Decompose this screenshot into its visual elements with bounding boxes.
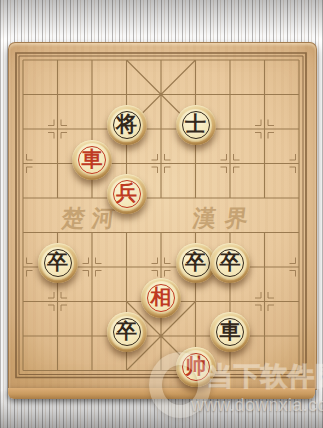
board-cell[interactable] (6, 146, 41, 181)
piece-face: 卒 (179, 247, 212, 280)
red-general[interactable]: 帅 (176, 347, 216, 387)
board-cell[interactable] (247, 353, 282, 388)
board-cell[interactable] (213, 77, 248, 112)
board-cell[interactable] (213, 146, 248, 181)
piece-ring: 兵 (113, 180, 141, 208)
piece-ring: 将 (113, 111, 141, 139)
board-cell[interactable] (75, 284, 110, 319)
board-cell[interactable] (247, 250, 282, 285)
board-cell[interactable] (109, 353, 144, 388)
board-cell[interactable] (6, 319, 41, 354)
board-cell[interactable] (40, 319, 75, 354)
board-cell[interactable] (6, 181, 41, 216)
piece-ring: 卒 (216, 249, 244, 277)
board-cell[interactable] (144, 215, 179, 250)
board-cell[interactable] (282, 250, 317, 285)
piece-face: 士 (179, 109, 212, 142)
board-cell[interactable]: 相 (144, 284, 179, 319)
board-cell[interactable] (213, 112, 248, 147)
board-cell[interactable] (213, 353, 248, 388)
board-cell[interactable] (40, 181, 75, 216)
board-cell[interactable] (282, 319, 317, 354)
board-cell[interactable] (109, 215, 144, 250)
piece-glyph: 車 (220, 321, 241, 343)
board-cell[interactable] (213, 181, 248, 216)
piece-glyph: 車 (82, 149, 103, 171)
board-cell[interactable] (75, 353, 110, 388)
board-cell[interactable] (109, 43, 144, 78)
board-cell[interactable]: 帅 (178, 353, 213, 388)
piece-glyph: 卒 (116, 321, 137, 343)
board-cell[interactable] (144, 146, 179, 181)
board-cell[interactable] (247, 77, 282, 112)
piece-face: 兵 (110, 178, 143, 211)
piece-glyph: 帅 (185, 356, 206, 378)
board-cell[interactable] (282, 146, 317, 181)
board-cell[interactable] (6, 43, 41, 78)
piece-face: 車 (76, 143, 109, 176)
board-cell[interactable] (75, 77, 110, 112)
board-cell[interactable] (247, 284, 282, 319)
board-cell[interactable] (40, 77, 75, 112)
board-cell[interactable] (40, 284, 75, 319)
board-cell[interactable] (40, 353, 75, 388)
piece-face: 卒 (41, 247, 74, 280)
board-cell[interactable] (75, 43, 110, 78)
board-cell[interactable] (6, 284, 41, 319)
board-cell[interactable] (282, 43, 317, 78)
board-cell[interactable] (144, 112, 179, 147)
board-cell[interactable] (75, 250, 110, 285)
piece-ring: 卒 (44, 249, 72, 277)
board-cell[interactable]: 車 (75, 146, 110, 181)
piece-ring: 士 (182, 111, 210, 139)
board-cell[interactable]: 卒 (178, 250, 213, 285)
board-cell[interactable] (75, 215, 110, 250)
piece-face: 相 (145, 281, 178, 314)
board-cell[interactable] (282, 284, 317, 319)
piece-glyph: 相 (151, 287, 172, 309)
piece-ring: 卒 (182, 249, 210, 277)
board-cell[interactable] (6, 215, 41, 250)
board-cell[interactable] (144, 319, 179, 354)
board-cell[interactable] (109, 250, 144, 285)
piece-face: 将 (110, 109, 143, 142)
piece-face: 車 (214, 316, 247, 349)
board-cell[interactable] (144, 77, 179, 112)
piece-ring: 車 (78, 146, 106, 174)
board-cell[interactable] (178, 43, 213, 78)
piece-glyph: 士 (185, 114, 206, 136)
board-cell[interactable] (40, 146, 75, 181)
board-cell[interactable]: 将 (109, 112, 144, 147)
board-cell[interactable]: 車 (213, 319, 248, 354)
board-cell[interactable] (282, 181, 317, 216)
board-cell[interactable] (144, 43, 179, 78)
piece-glyph: 卒 (220, 252, 241, 274)
piece-glyph: 兵 (116, 183, 137, 205)
board-cell[interactable]: 兵 (109, 181, 144, 216)
board-cell[interactable] (247, 215, 282, 250)
board-cell[interactable] (40, 43, 75, 78)
board-cell[interactable] (247, 319, 282, 354)
piece-face: 卒 (214, 247, 247, 280)
board-cell[interactable] (40, 112, 75, 147)
board-front-edge (8, 388, 315, 399)
board-cell[interactable]: 卒 (40, 250, 75, 285)
board-cell[interactable]: 卒 (109, 319, 144, 354)
black-advisor[interactable]: 士 (176, 105, 216, 145)
board-cell[interactable] (144, 353, 179, 388)
red-soldier[interactable]: 兵 (107, 174, 147, 214)
black-soldier[interactable]: 卒 (107, 312, 147, 352)
piece-ring: 帅 (182, 353, 210, 381)
piece-glyph: 卒 (47, 252, 68, 274)
board-cell[interactable] (247, 181, 282, 216)
black-soldier[interactable]: 卒 (210, 243, 250, 283)
black-general[interactable]: 将 (107, 105, 147, 145)
board-cell[interactable] (75, 181, 110, 216)
red-chariot[interactable]: 車 (72, 140, 112, 180)
board-cell[interactable]: 卒 (213, 250, 248, 285)
board-cell[interactable] (247, 112, 282, 147)
piece-glyph: 将 (116, 114, 137, 136)
board-cell[interactable] (178, 284, 213, 319)
board-cell[interactable] (247, 43, 282, 78)
piece-ring: 卒 (113, 318, 141, 346)
board-cell[interactable] (6, 112, 41, 147)
piece-ring: 車 (216, 318, 244, 346)
red-elephant[interactable]: 相 (141, 278, 181, 318)
board-cell[interactable] (213, 43, 248, 78)
black-chariot[interactable]: 車 (210, 312, 250, 352)
piece-face: 卒 (110, 316, 143, 349)
board-cell[interactable] (6, 250, 41, 285)
board-cell[interactable] (144, 181, 179, 216)
piece-ring: 相 (147, 284, 175, 312)
board-cell[interactable] (178, 181, 213, 216)
board-cell[interactable] (282, 77, 317, 112)
board-cell[interactable] (178, 146, 213, 181)
board-cell[interactable] (282, 215, 317, 250)
board-cell[interactable] (282, 112, 317, 147)
board-cell[interactable] (75, 319, 110, 354)
board-cell[interactable]: 士 (178, 112, 213, 147)
board-cell[interactable] (247, 146, 282, 181)
board-cell[interactable] (282, 353, 317, 388)
xiangqi-board: 将士車兵卒卒卒相卒車帅 (6, 43, 317, 388)
piece-glyph: 卒 (185, 252, 206, 274)
board-cell[interactable] (6, 353, 41, 388)
piece-face: 帅 (179, 350, 212, 383)
board-cell[interactable] (6, 77, 41, 112)
black-soldier[interactable]: 卒 (38, 243, 78, 283)
